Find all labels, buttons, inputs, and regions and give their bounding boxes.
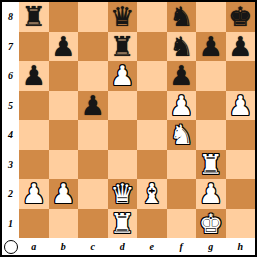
square-e2[interactable]: ♝: [137, 179, 167, 209]
black-rook-d7[interactable]: ♜: [110, 33, 134, 60]
white-pawn-f5[interactable]: ♟: [169, 92, 193, 119]
square-d2[interactable]: ♛: [108, 179, 138, 209]
rank-label-7: 7: [2, 32, 19, 62]
square-g2[interactable]: ♟: [196, 179, 226, 209]
square-f8[interactable]: ♞: [167, 2, 197, 32]
square-c8[interactable]: [78, 2, 108, 32]
square-b6[interactable]: [49, 61, 79, 91]
square-e4[interactable]: [137, 120, 167, 150]
square-f6[interactable]: ♟: [167, 61, 197, 91]
square-c2[interactable]: [78, 179, 108, 209]
white-pawn-d6[interactable]: ♟: [110, 62, 134, 89]
file-label-a: a: [19, 238, 49, 255]
white-queen-d2[interactable]: ♛: [110, 180, 134, 207]
square-b1[interactable]: [49, 209, 79, 239]
square-h3[interactable]: [226, 150, 256, 180]
square-h4[interactable]: [226, 120, 256, 150]
square-d3[interactable]: [108, 150, 138, 180]
square-b2[interactable]: ♟: [49, 179, 79, 209]
square-h6[interactable]: [226, 61, 256, 91]
rank-label-2: 2: [2, 179, 19, 209]
file-label-c: c: [78, 238, 108, 255]
white-pawn-h5[interactable]: ♟: [228, 92, 252, 119]
black-knight-f8[interactable]: ♞: [169, 3, 193, 30]
square-h1[interactable]: [226, 209, 256, 239]
square-e7[interactable]: [137, 32, 167, 62]
square-e5[interactable]: [137, 91, 167, 121]
square-a6[interactable]: ♟: [19, 61, 49, 91]
square-a2[interactable]: ♟: [19, 179, 49, 209]
square-a5[interactable]: [19, 91, 49, 121]
square-e6[interactable]: [137, 61, 167, 91]
file-label-d: d: [108, 238, 138, 255]
white-rook-g3[interactable]: ♜: [199, 151, 223, 178]
square-h5[interactable]: ♟: [226, 91, 256, 121]
square-g7[interactable]: ♟: [196, 32, 226, 62]
square-c3[interactable]: [78, 150, 108, 180]
square-a8[interactable]: ♜: [19, 2, 49, 32]
file-label-f: f: [167, 238, 197, 255]
chess-diagram: 8♜♛♞♚7♟♜♞♟♟6♟♟♟5♟♟♟4♞3♜2♟♟♛♝♟1♜♚abcdefgh: [0, 0, 257, 257]
square-e1[interactable]: [137, 209, 167, 239]
square-h7[interactable]: ♟: [226, 32, 256, 62]
square-d6[interactable]: ♟: [108, 61, 138, 91]
square-e8[interactable]: [137, 2, 167, 32]
square-a1[interactable]: [19, 209, 49, 239]
file-label-b: b: [49, 238, 79, 255]
black-king-h8[interactable]: ♚: [228, 3, 252, 30]
white-bishop-e2[interactable]: ♝: [140, 180, 164, 207]
square-a4[interactable]: [19, 120, 49, 150]
white-pawn-b2[interactable]: ♟: [51, 180, 75, 207]
rank-label-5: 5: [2, 91, 19, 121]
square-c1[interactable]: [78, 209, 108, 239]
rank-label-8: 8: [2, 2, 19, 32]
black-pawn-h7[interactable]: ♟: [228, 33, 252, 60]
square-c7[interactable]: [78, 32, 108, 62]
square-b7[interactable]: ♟: [49, 32, 79, 62]
black-pawn-g7[interactable]: ♟: [199, 33, 223, 60]
black-pawn-f6[interactable]: ♟: [169, 62, 193, 89]
black-pawn-c5[interactable]: ♟: [81, 92, 105, 119]
white-pawn-g2[interactable]: ♟: [199, 180, 223, 207]
square-b4[interactable]: [49, 120, 79, 150]
white-pawn-a2[interactable]: ♟: [22, 180, 46, 207]
square-c6[interactable]: [78, 61, 108, 91]
square-g1[interactable]: ♚: [196, 209, 226, 239]
square-c5[interactable]: ♟: [78, 91, 108, 121]
square-g4[interactable]: [196, 120, 226, 150]
white-rook-d1[interactable]: ♜: [110, 210, 134, 237]
file-label-e: e: [137, 238, 167, 255]
white-king-g1[interactable]: ♚: [199, 210, 223, 237]
black-pawn-a6[interactable]: ♟: [22, 62, 46, 89]
square-d8[interactable]: ♛: [108, 2, 138, 32]
square-f1[interactable]: [167, 209, 197, 239]
white-to-move-icon: [4, 240, 18, 254]
rank-label-6: 6: [2, 61, 19, 91]
square-a3[interactable]: [19, 150, 49, 180]
square-f2[interactable]: [167, 179, 197, 209]
rank-label-3: 3: [2, 150, 19, 180]
square-b3[interactable]: [49, 150, 79, 180]
square-f4[interactable]: ♞: [167, 120, 197, 150]
square-g3[interactable]: ♜: [196, 150, 226, 180]
square-g5[interactable]: [196, 91, 226, 121]
square-e3[interactable]: [137, 150, 167, 180]
square-a7[interactable]: [19, 32, 49, 62]
square-d1[interactable]: ♜: [108, 209, 138, 239]
square-f3[interactable]: [167, 150, 197, 180]
square-g8[interactable]: [196, 2, 226, 32]
square-b8[interactable]: [49, 2, 79, 32]
file-label-g: g: [196, 238, 226, 255]
white-knight-f4[interactable]: ♞: [169, 121, 193, 148]
board-with-coordinates: 8♜♛♞♚7♟♜♞♟♟6♟♟♟5♟♟♟4♞3♜2♟♟♛♝♟1♜♚abcdefgh: [2, 2, 255, 255]
black-rook-a8[interactable]: ♜: [22, 3, 46, 30]
square-f7[interactable]: ♞: [167, 32, 197, 62]
square-h8[interactable]: ♚: [226, 2, 256, 32]
square-d4[interactable]: [108, 120, 138, 150]
file-label-h: h: [226, 238, 256, 255]
square-f5[interactable]: ♟: [167, 91, 197, 121]
square-g6[interactable]: [196, 61, 226, 91]
black-queen-d8[interactable]: ♛: [110, 3, 134, 30]
black-knight-f7[interactable]: ♞: [169, 33, 193, 60]
rank-label-4: 4: [2, 120, 19, 150]
rank-label-1: 1: [2, 209, 19, 239]
square-h2[interactable]: [226, 179, 256, 209]
black-pawn-b7[interactable]: ♟: [51, 33, 75, 60]
square-d7[interactable]: ♜: [108, 32, 138, 62]
square-d5[interactable]: [108, 91, 138, 121]
square-c4[interactable]: [78, 120, 108, 150]
move-indicator-cell: [2, 238, 19, 255]
square-b5[interactable]: [49, 91, 79, 121]
